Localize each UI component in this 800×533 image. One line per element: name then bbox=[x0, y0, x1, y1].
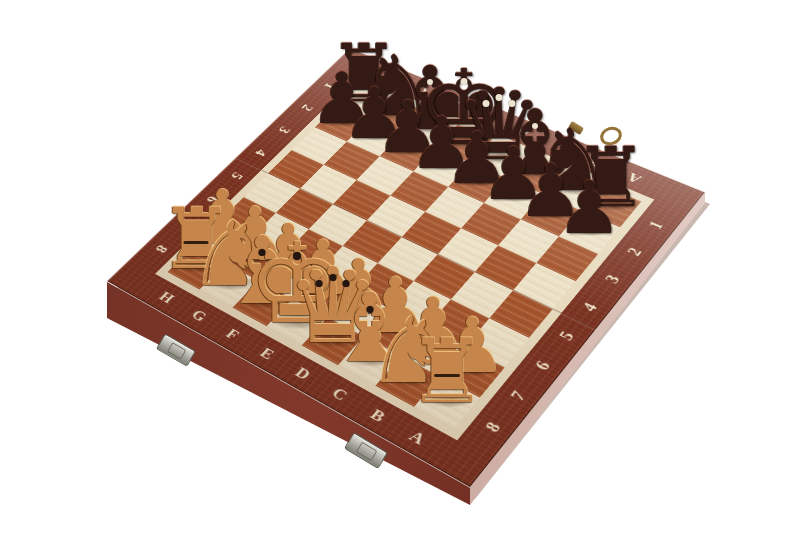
hinge-plate bbox=[568, 121, 584, 135]
chess-board: HHGGFFEEDDCCBBAA1122334455667788 bbox=[107, 48, 705, 487]
hinge-ring bbox=[598, 124, 624, 148]
finial-tip bbox=[496, 94, 503, 101]
chess-set-photo: HHGGFFEEDDCCBBAA1122334455667788 ♜♞♟♝♟♚♟… bbox=[0, 0, 800, 533]
finial-tip bbox=[461, 78, 468, 85]
finial-tip bbox=[509, 100, 516, 107]
